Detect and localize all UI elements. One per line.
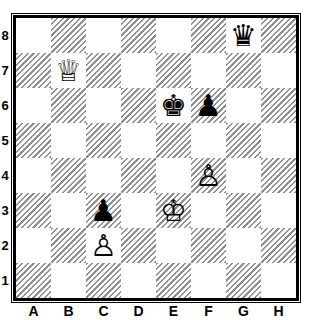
square-b8[interactable] — [51, 18, 86, 53]
square-d4[interactable] — [121, 158, 156, 193]
chess-board: ♛♕♚♟♙♟♔♙ — [13, 15, 299, 301]
white-pawn[interactable]: ♙ — [195, 158, 222, 193]
rank-label-4: 4 — [0, 158, 10, 193]
rank-label-3: 3 — [0, 193, 10, 228]
file-label-a: A — [16, 302, 51, 320]
white-king[interactable]: ♔ — [160, 193, 187, 228]
square-b3[interactable] — [51, 193, 86, 228]
file-label-g: G — [226, 302, 261, 320]
square-d6[interactable] — [121, 88, 156, 123]
square-h5[interactable] — [261, 123, 296, 158]
square-e6[interactable]: ♚ — [156, 88, 191, 123]
chess-diagram: 8 7 6 5 4 3 2 1 ♛♕♚♟♙♟♔♙ A B C D E F G H — [0, 0, 314, 320]
square-h2[interactable] — [261, 228, 296, 263]
square-g3[interactable] — [226, 193, 261, 228]
square-d7[interactable] — [121, 53, 156, 88]
square-d5[interactable] — [121, 123, 156, 158]
square-d2[interactable] — [121, 228, 156, 263]
square-c4[interactable] — [86, 158, 121, 193]
square-h3[interactable] — [261, 193, 296, 228]
square-b7[interactable]: ♕ — [51, 53, 86, 88]
square-g5[interactable] — [226, 123, 261, 158]
black-queen[interactable]: ♛ — [230, 18, 257, 53]
rank-label-5: 5 — [0, 123, 10, 158]
black-king[interactable]: ♚ — [160, 88, 187, 123]
rank-label-7: 7 — [0, 53, 10, 88]
rank-label-8: 8 — [0, 18, 10, 53]
square-f4[interactable]: ♙ — [191, 158, 226, 193]
square-a6[interactable] — [16, 88, 51, 123]
white-queen[interactable]: ♕ — [55, 53, 82, 88]
square-a4[interactable] — [16, 158, 51, 193]
square-d1[interactable] — [121, 263, 156, 298]
square-e5[interactable] — [156, 123, 191, 158]
file-label-b: B — [51, 302, 86, 320]
square-e8[interactable] — [156, 18, 191, 53]
board-frame: ♛♕♚♟♙♟♔♙ — [11, 13, 301, 303]
square-e3[interactable]: ♔ — [156, 193, 191, 228]
square-a5[interactable] — [16, 123, 51, 158]
square-c8[interactable] — [86, 18, 121, 53]
square-f3[interactable] — [191, 193, 226, 228]
rank-label-6: 6 — [0, 88, 10, 123]
square-g2[interactable] — [226, 228, 261, 263]
square-f2[interactable] — [191, 228, 226, 263]
square-c7[interactable] — [86, 53, 121, 88]
square-d8[interactable] — [121, 18, 156, 53]
square-g1[interactable] — [226, 263, 261, 298]
rank-label-2: 2 — [0, 228, 10, 263]
square-a8[interactable] — [16, 18, 51, 53]
square-f8[interactable] — [191, 18, 226, 53]
black-pawn[interactable]: ♟ — [195, 88, 222, 123]
square-e1[interactable] — [156, 263, 191, 298]
black-pawn[interactable]: ♟ — [90, 193, 117, 228]
rank-labels: 8 7 6 5 4 3 2 1 — [0, 18, 10, 298]
file-label-d: D — [121, 302, 156, 320]
square-h6[interactable] — [261, 88, 296, 123]
square-e7[interactable] — [156, 53, 191, 88]
file-label-e: E — [156, 302, 191, 320]
square-e2[interactable] — [156, 228, 191, 263]
square-a7[interactable] — [16, 53, 51, 88]
square-g8[interactable]: ♛ — [226, 18, 261, 53]
square-b5[interactable] — [51, 123, 86, 158]
file-label-f: F — [191, 302, 226, 320]
square-c6[interactable] — [86, 88, 121, 123]
square-g7[interactable] — [226, 53, 261, 88]
square-g6[interactable] — [226, 88, 261, 123]
square-a3[interactable] — [16, 193, 51, 228]
square-f1[interactable] — [191, 263, 226, 298]
square-c2[interactable]: ♙ — [86, 228, 121, 263]
square-h8[interactable] — [261, 18, 296, 53]
square-h1[interactable] — [261, 263, 296, 298]
square-h7[interactable] — [261, 53, 296, 88]
square-e4[interactable] — [156, 158, 191, 193]
square-h4[interactable] — [261, 158, 296, 193]
white-pawn[interactable]: ♙ — [90, 228, 117, 263]
file-label-h: H — [261, 302, 296, 320]
square-b1[interactable] — [51, 263, 86, 298]
square-b6[interactable] — [51, 88, 86, 123]
square-f7[interactable] — [191, 53, 226, 88]
file-labels: A B C D E F G H — [16, 302, 296, 320]
square-a1[interactable] — [16, 263, 51, 298]
square-d3[interactable] — [121, 193, 156, 228]
square-b4[interactable] — [51, 158, 86, 193]
square-f6[interactable]: ♟ — [191, 88, 226, 123]
square-g4[interactable] — [226, 158, 261, 193]
rank-label-1: 1 — [0, 263, 10, 298]
file-label-c: C — [86, 302, 121, 320]
square-a2[interactable] — [16, 228, 51, 263]
square-c3[interactable]: ♟ — [86, 193, 121, 228]
square-b2[interactable] — [51, 228, 86, 263]
square-c5[interactable] — [86, 123, 121, 158]
square-f5[interactable] — [191, 123, 226, 158]
square-c1[interactable] — [86, 263, 121, 298]
